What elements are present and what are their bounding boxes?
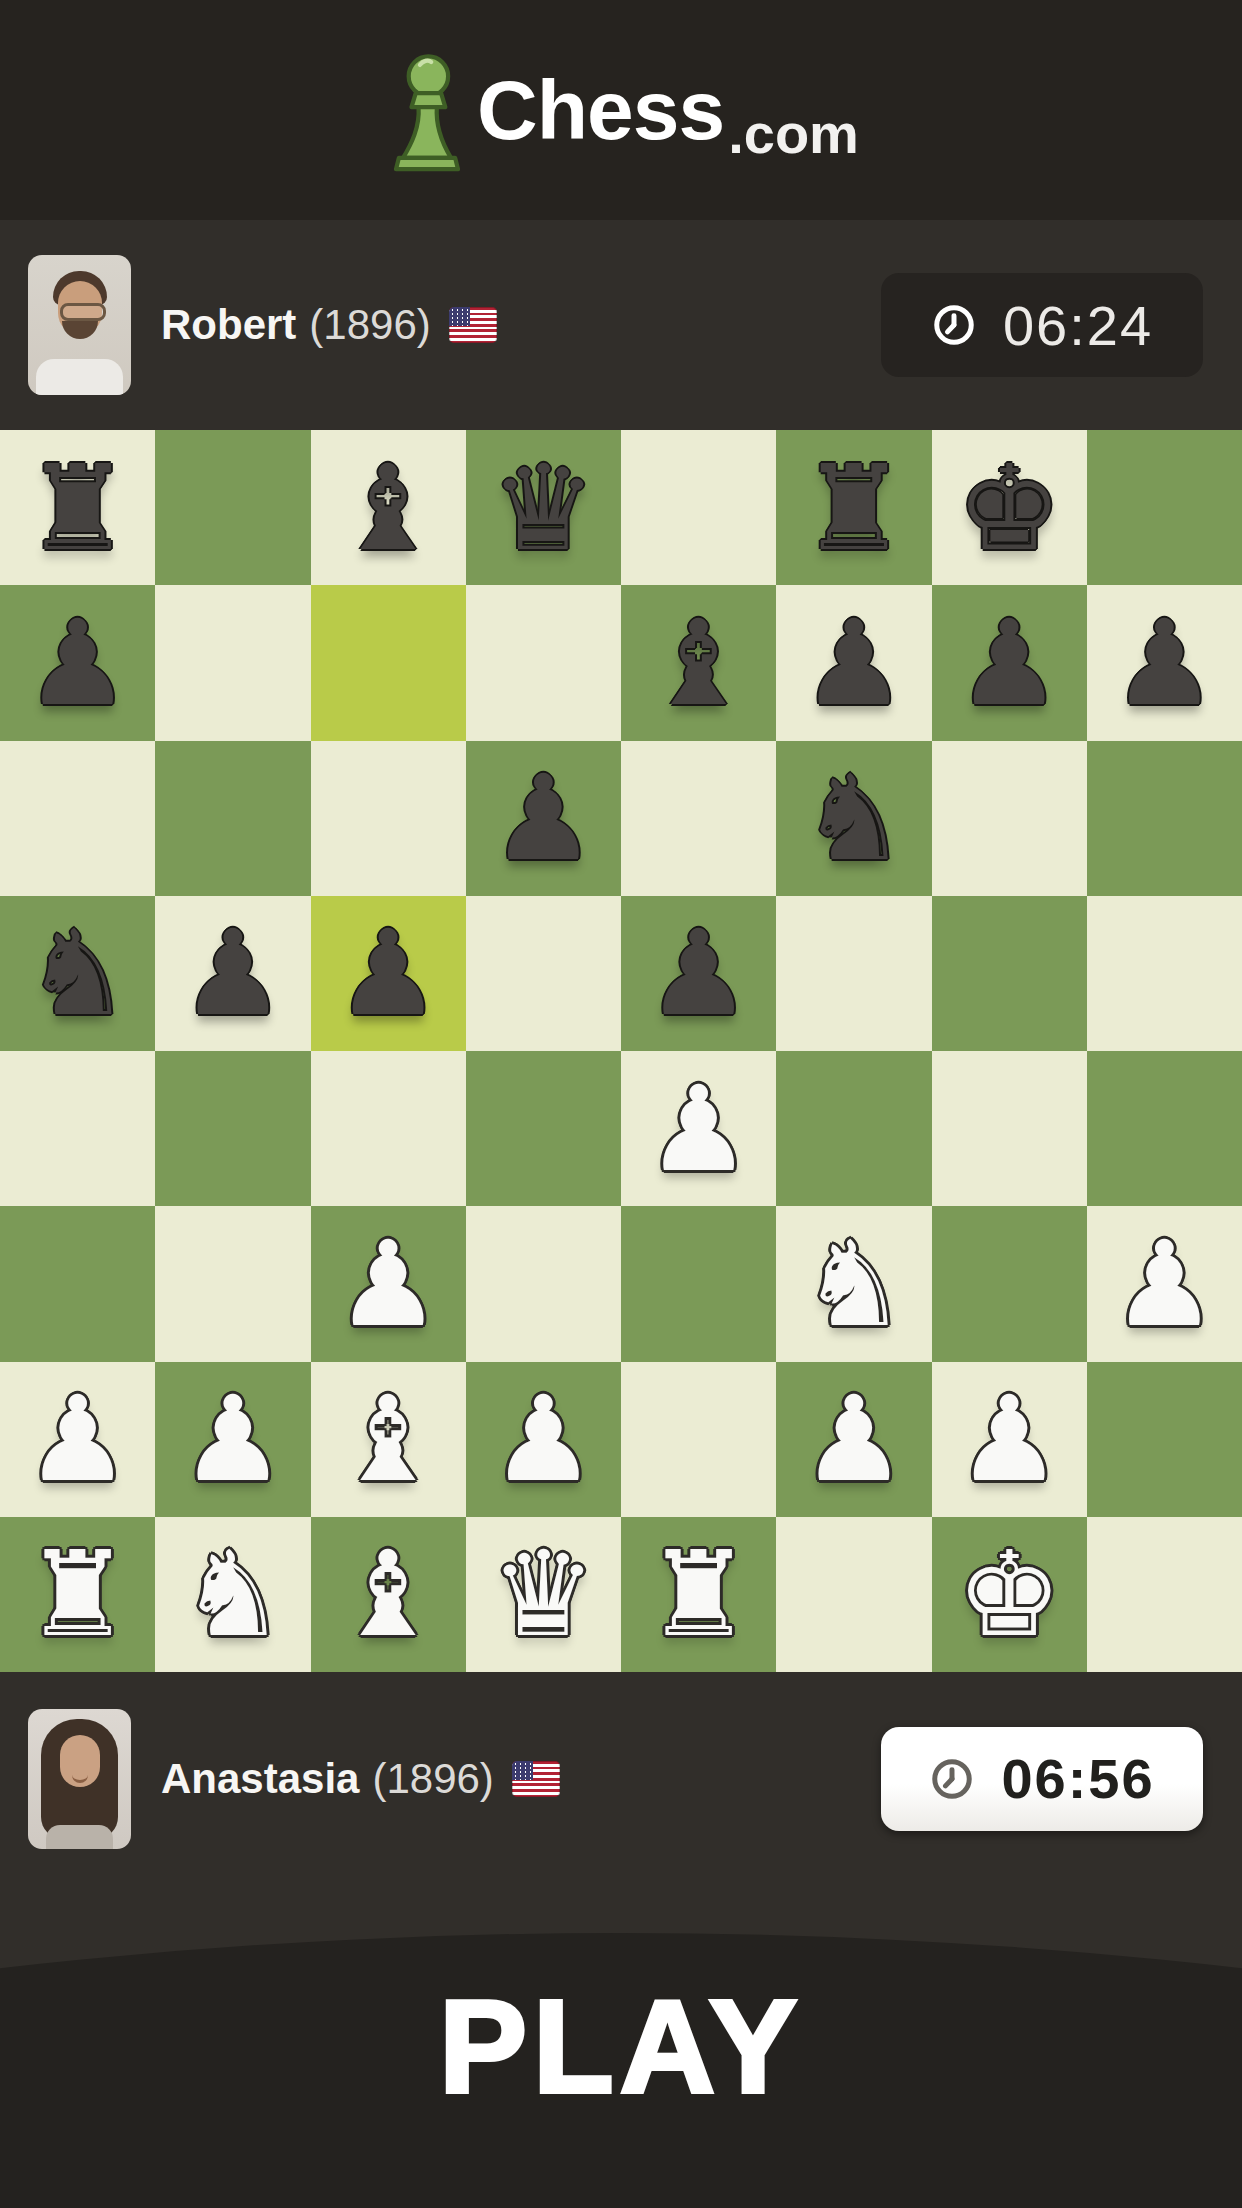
square-g3[interactable]: [932, 1206, 1087, 1361]
square-h3[interactable]: ♟: [1087, 1206, 1242, 1361]
piece-white-knight[interactable]: ♞: [180, 1535, 286, 1653]
opponent-name-row: Robert (1896): [161, 301, 497, 349]
square-f8[interactable]: ♜: [776, 430, 931, 585]
logo-text-chess: Chess: [477, 62, 724, 159]
avatar-shirt: [36, 359, 123, 395]
opponent-avatar[interactable]: [28, 255, 131, 395]
square-a4[interactable]: [0, 1051, 155, 1206]
square-g6[interactable]: [932, 741, 1087, 896]
square-h7[interactable]: ♟: [1087, 585, 1242, 740]
square-e7[interactable]: ♝: [621, 585, 776, 740]
square-e8[interactable]: [621, 430, 776, 585]
piece-black-pawn[interactable]: ♟: [335, 914, 441, 1032]
square-h5[interactable]: [1087, 896, 1242, 1051]
piece-black-king[interactable]: ♚: [956, 449, 1062, 567]
piece-white-pawn[interactable]: ♟: [25, 1380, 131, 1498]
square-d1[interactable]: ♛: [466, 1517, 621, 1672]
chess-board: ♜♝♛♜♚♟♝♟♟♟♟♞♞♟♟♟♟♟♞♟♟♟♝♟♟♟♜♞♝♛♜♚: [0, 430, 1242, 1672]
piece-black-pawn[interactable]: ♟: [956, 604, 1062, 722]
square-a5[interactable]: ♞: [0, 896, 155, 1051]
player-bar: Anastasia (1896) 06:56: [0, 1672, 1242, 1885]
player-clock-time: 06:56: [1001, 1746, 1154, 1811]
square-h4[interactable]: [1087, 1051, 1242, 1206]
square-b3[interactable]: [155, 1206, 310, 1361]
piece-white-bishop[interactable]: ♝: [335, 1535, 441, 1653]
clock-icon: [929, 1756, 975, 1802]
app-header: Chess .com: [0, 0, 1242, 220]
square-d5[interactable]: [466, 896, 621, 1051]
square-e2[interactable]: [621, 1362, 776, 1517]
piece-white-king[interactable]: ♚: [956, 1535, 1062, 1653]
square-h8[interactable]: [1087, 430, 1242, 585]
square-g1[interactable]: ♚: [932, 1517, 1087, 1672]
square-c7[interactable]: [311, 585, 466, 740]
square-b1[interactable]: ♞: [155, 1517, 310, 1672]
opponent-clock: 06:24: [881, 273, 1203, 377]
square-g5[interactable]: [932, 896, 1087, 1051]
piece-white-rook[interactable]: ♜: [646, 1535, 752, 1653]
avatar-shirt: [46, 1825, 113, 1849]
piece-white-knight[interactable]: ♞: [801, 1225, 907, 1343]
square-b8[interactable]: [155, 430, 310, 585]
piece-white-rook[interactable]: ♜: [25, 1535, 131, 1653]
square-e5[interactable]: ♟: [621, 896, 776, 1051]
square-a1[interactable]: ♜: [0, 1517, 155, 1672]
square-a8[interactable]: ♜: [0, 430, 155, 585]
piece-white-queen[interactable]: ♛: [490, 1535, 596, 1653]
square-d7[interactable]: [466, 585, 621, 740]
square-b6[interactable]: [155, 741, 310, 896]
avatar-glasses: [60, 303, 106, 321]
square-c3[interactable]: ♟: [311, 1206, 466, 1361]
square-g7[interactable]: ♟: [932, 585, 1087, 740]
player-name: Anastasia: [161, 1755, 359, 1803]
piece-white-pawn[interactable]: ♟: [646, 1070, 752, 1188]
chesscom-logo[interactable]: Chess .com: [383, 48, 859, 172]
avatar-beard: [62, 321, 98, 339]
square-d3[interactable]: [466, 1206, 621, 1361]
piece-black-queen[interactable]: ♛: [490, 449, 596, 567]
piece-white-pawn[interactable]: ♟: [490, 1380, 596, 1498]
app-screen: Chess .com Robert (1896) 06:24 ♜♝♛♜♚♟♝♟♟…: [0, 0, 1242, 2208]
square-f6[interactable]: ♞: [776, 741, 931, 896]
square-h6[interactable]: [1087, 741, 1242, 896]
opponent-rating: (1896): [309, 301, 430, 349]
square-c6[interactable]: [311, 741, 466, 896]
square-f2[interactable]: ♟: [776, 1362, 931, 1517]
square-f7[interactable]: ♟: [776, 585, 931, 740]
piece-black-pawn[interactable]: ♟: [801, 604, 907, 722]
player-name-row: Anastasia (1896): [161, 1755, 560, 1803]
piece-black-knight[interactable]: ♞: [25, 914, 131, 1032]
player-rating: (1896): [372, 1755, 493, 1803]
piece-black-rook[interactable]: ♜: [25, 449, 131, 567]
player-clock: 06:56: [881, 1727, 1203, 1831]
piece-white-pawn[interactable]: ♟: [1111, 1225, 1217, 1343]
square-f5[interactable]: [776, 896, 931, 1051]
square-d8[interactable]: ♛: [466, 430, 621, 585]
play-button[interactable]: PLAY: [0, 1971, 1242, 2122]
piece-black-pawn[interactable]: ♟: [180, 914, 286, 1032]
piece-black-bishop[interactable]: ♝: [646, 604, 752, 722]
square-d4[interactable]: [466, 1051, 621, 1206]
square-h2[interactable]: [1087, 1362, 1242, 1517]
square-g8[interactable]: ♚: [932, 430, 1087, 585]
opponent-bar: Robert (1896) 06:24: [0, 220, 1242, 430]
square-c2[interactable]: ♝: [311, 1362, 466, 1517]
square-c1[interactable]: ♝: [311, 1517, 466, 1672]
square-b5[interactable]: ♟: [155, 896, 310, 1051]
piece-white-pawn[interactable]: ♟: [180, 1380, 286, 1498]
opponent-name: Robert: [161, 301, 296, 349]
square-c4[interactable]: [311, 1051, 466, 1206]
piece-black-bishop[interactable]: ♝: [335, 449, 441, 567]
logo-text-com: .com: [728, 101, 859, 172]
square-g2[interactable]: ♟: [932, 1362, 1087, 1517]
piece-black-pawn[interactable]: ♟: [490, 759, 596, 877]
piece-white-pawn[interactable]: ♟: [335, 1225, 441, 1343]
square-f3[interactable]: ♞: [776, 1206, 931, 1361]
opponent-clock-time: 06:24: [1003, 293, 1153, 358]
piece-black-rook[interactable]: ♜: [801, 449, 907, 567]
square-h1[interactable]: [1087, 1517, 1242, 1672]
square-e6[interactable]: [621, 741, 776, 896]
square-a2[interactable]: ♟: [0, 1362, 155, 1517]
square-c5[interactable]: ♟: [311, 896, 466, 1051]
piece-black-knight[interactable]: ♞: [801, 759, 907, 877]
green-pawn-logo-icon: [383, 48, 471, 172]
square-e1[interactable]: ♜: [621, 1517, 776, 1672]
square-a3[interactable]: [0, 1206, 155, 1361]
square-b7[interactable]: [155, 585, 310, 740]
square-c8[interactable]: ♝: [311, 430, 466, 585]
us-flag-icon: [512, 1761, 560, 1797]
player-avatar[interactable]: [28, 1709, 131, 1849]
piece-black-pawn[interactable]: ♟: [1111, 604, 1217, 722]
square-b4[interactable]: [155, 1051, 310, 1206]
bottom-section: PLAY: [0, 1885, 1242, 2208]
square-f1[interactable]: [776, 1517, 931, 1672]
square-g4[interactable]: [932, 1051, 1087, 1206]
clock-icon: [931, 302, 977, 348]
piece-black-pawn[interactable]: ♟: [25, 604, 131, 722]
square-a6[interactable]: [0, 741, 155, 896]
square-d2[interactable]: ♟: [466, 1362, 621, 1517]
square-e4[interactable]: ♟: [621, 1051, 776, 1206]
square-d6[interactable]: ♟: [466, 741, 621, 896]
square-a7[interactable]: ♟: [0, 585, 155, 740]
us-flag-icon: [449, 307, 497, 343]
piece-white-pawn[interactable]: ♟: [801, 1380, 907, 1498]
piece-white-bishop[interactable]: ♝: [335, 1380, 441, 1498]
square-e3[interactable]: [621, 1206, 776, 1361]
square-b2[interactable]: ♟: [155, 1362, 310, 1517]
square-f4[interactable]: [776, 1051, 931, 1206]
piece-white-pawn[interactable]: ♟: [956, 1380, 1062, 1498]
piece-black-pawn[interactable]: ♟: [646, 914, 752, 1032]
